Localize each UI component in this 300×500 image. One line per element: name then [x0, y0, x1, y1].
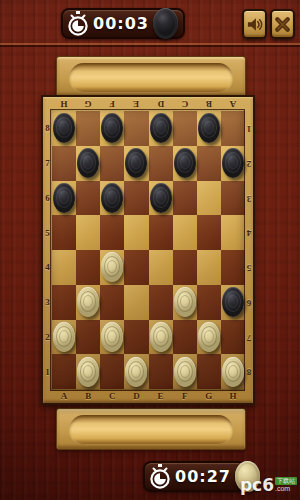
file-label-bottom-f: F	[173, 389, 197, 403]
square-h4	[221, 250, 245, 285]
square-e7	[149, 146, 173, 181]
square-e3	[149, 285, 173, 320]
black-piece[interactable]	[150, 113, 172, 143]
rank-label-right-5: 5	[245, 250, 253, 285]
square-b6	[76, 181, 100, 216]
square-c5	[100, 215, 124, 250]
captured-tray-bottom	[56, 408, 246, 450]
rank-label-right-7: 7	[245, 320, 253, 355]
rank-label-left-2: 2	[43, 320, 52, 355]
square-d5[interactable]	[124, 215, 148, 250]
board: HGFEDCBA8172635445362718ABCDEFGH	[41, 95, 255, 405]
square-a7	[52, 146, 76, 181]
square-a3	[52, 285, 76, 320]
white-piece[interactable]	[125, 357, 147, 387]
black-piece[interactable]	[174, 148, 196, 178]
file-label-top-b: B	[197, 97, 221, 111]
white-piece[interactable]	[174, 287, 196, 317]
square-d3[interactable]	[124, 285, 148, 320]
square-h3[interactable]	[221, 285, 245, 320]
file-label-top-d: D	[149, 97, 173, 111]
white-piece[interactable]	[150, 322, 172, 352]
square-g7	[197, 146, 221, 181]
square-d6	[124, 181, 148, 216]
rank-label-left-3: 3	[43, 285, 52, 320]
square-f4	[173, 250, 197, 285]
square-f6	[173, 181, 197, 216]
square-e1	[149, 354, 173, 389]
file-label-bottom-a: A	[52, 389, 76, 403]
square-b8	[76, 111, 100, 146]
black-piece[interactable]	[222, 287, 244, 317]
rank-label-left-5: 5	[43, 215, 52, 250]
square-c6[interactable]	[100, 181, 124, 216]
square-g1	[197, 354, 221, 389]
watermark-brand: pc6	[240, 477, 274, 494]
rank-label-right-4: 4	[245, 215, 253, 250]
black-timer-value: 00:03	[93, 14, 149, 33]
black-piece[interactable]	[77, 148, 99, 178]
rank-label-right-2: 2	[245, 146, 253, 181]
white-timer: 00:27	[143, 461, 246, 492]
square-h7[interactable]	[221, 146, 245, 181]
square-h5[interactable]	[221, 215, 245, 250]
square-f3[interactable]	[173, 285, 197, 320]
square-h6	[221, 181, 245, 216]
black-piece[interactable]	[198, 113, 220, 143]
black-piece[interactable]	[53, 113, 75, 143]
square-f1[interactable]	[173, 354, 197, 389]
file-label-bottom-h: H	[221, 389, 245, 403]
square-c3	[100, 285, 124, 320]
square-e8[interactable]	[149, 111, 173, 146]
wood-seam-shadow	[0, 45, 300, 47]
square-b1[interactable]	[76, 354, 100, 389]
square-h2	[221, 320, 245, 355]
black-timer: 00:03	[61, 8, 185, 39]
stopwatch-icon	[149, 464, 171, 490]
speaker-icon	[246, 16, 263, 33]
tray-groove	[69, 63, 233, 93]
square-a1	[52, 354, 76, 389]
square-d1[interactable]	[124, 354, 148, 389]
file-label-top-a: A	[221, 97, 245, 111]
square-b2	[76, 320, 100, 355]
square-c1	[100, 354, 124, 389]
watermark-suffix: .com	[275, 485, 290, 493]
white-piece[interactable]	[101, 252, 123, 282]
rank-label-right-3: 3	[245, 181, 253, 216]
rank-label-left-6: 6	[43, 181, 52, 216]
square-e5	[149, 215, 173, 250]
square-g8[interactable]	[197, 111, 221, 146]
close-icon	[274, 16, 291, 33]
black-piece[interactable]	[101, 183, 123, 213]
watermark-badge: 下载站	[275, 477, 297, 485]
square-a5	[52, 215, 76, 250]
game-screen: 00:03 HGFEDCBA8172635445362718ABCDEFGH	[0, 0, 300, 500]
board-corner	[245, 97, 253, 111]
square-g3	[197, 285, 221, 320]
square-b3[interactable]	[76, 285, 100, 320]
square-a6[interactable]	[52, 181, 76, 216]
captured-tray-top	[56, 56, 246, 98]
square-b7[interactable]	[76, 146, 100, 181]
file-label-bottom-e: E	[149, 389, 173, 403]
rank-label-left-1: 1	[43, 354, 52, 389]
square-d2	[124, 320, 148, 355]
file-label-top-f: F	[100, 97, 124, 111]
white-piece[interactable]	[101, 322, 123, 352]
square-d8	[124, 111, 148, 146]
square-b4	[76, 250, 100, 285]
board-corner	[43, 389, 52, 403]
square-g2[interactable]	[197, 320, 221, 355]
white-piece[interactable]	[53, 322, 75, 352]
square-e6[interactable]	[149, 181, 173, 216]
white-piece[interactable]	[174, 357, 196, 387]
square-h1[interactable]	[221, 354, 245, 389]
square-f2	[173, 320, 197, 355]
rank-label-left-4: 4	[43, 250, 52, 285]
black-player-token	[153, 8, 178, 39]
square-b5[interactable]	[76, 215, 100, 250]
rank-label-left-8: 8	[43, 111, 52, 146]
watermark: pc6 下载站 .com	[240, 477, 297, 494]
square-c4[interactable]	[100, 250, 124, 285]
square-a2[interactable]	[52, 320, 76, 355]
square-g6[interactable]	[197, 181, 221, 216]
file-label-bottom-d: D	[124, 389, 148, 403]
sound-button[interactable]	[242, 9, 267, 39]
square-e4[interactable]	[149, 250, 173, 285]
file-label-top-c: C	[173, 97, 197, 111]
rank-label-right-8: 8	[245, 354, 253, 389]
square-f8	[173, 111, 197, 146]
white-piece[interactable]	[77, 357, 99, 387]
square-e2[interactable]	[149, 320, 173, 355]
square-d4	[124, 250, 148, 285]
file-label-bottom-c: C	[100, 389, 124, 403]
black-piece[interactable]	[222, 148, 244, 178]
rank-label-left-7: 7	[43, 146, 52, 181]
board-corner	[245, 389, 253, 403]
rank-label-right-6: 6	[245, 285, 253, 320]
white-piece[interactable]	[198, 322, 220, 352]
rank-label-right-1: 1	[245, 111, 253, 146]
black-piece[interactable]	[53, 183, 75, 213]
square-a8[interactable]	[52, 111, 76, 146]
white-timer-value: 00:27	[175, 467, 231, 486]
close-button[interactable]	[270, 9, 295, 39]
square-g4[interactable]	[197, 250, 221, 285]
white-piece[interactable]	[77, 287, 99, 317]
square-d7[interactable]	[124, 146, 148, 181]
file-label-top-g: G	[76, 97, 100, 111]
square-f7[interactable]	[173, 146, 197, 181]
black-piece[interactable]	[150, 183, 172, 213]
square-g5	[197, 215, 221, 250]
tray-groove	[69, 415, 233, 445]
square-h8	[221, 111, 245, 146]
board-corner	[43, 97, 52, 111]
file-label-top-h: H	[52, 97, 76, 111]
file-label-bottom-b: B	[76, 389, 100, 403]
square-c7	[100, 146, 124, 181]
black-piece[interactable]	[101, 113, 123, 143]
square-f5[interactable]	[173, 215, 197, 250]
black-piece[interactable]	[125, 148, 147, 178]
file-label-top-e: E	[124, 97, 148, 111]
white-piece[interactable]	[222, 357, 244, 387]
square-c8[interactable]	[100, 111, 124, 146]
square-a4[interactable]	[52, 250, 76, 285]
square-c2[interactable]	[100, 320, 124, 355]
stopwatch-icon	[67, 11, 89, 37]
file-label-bottom-g: G	[197, 389, 221, 403]
